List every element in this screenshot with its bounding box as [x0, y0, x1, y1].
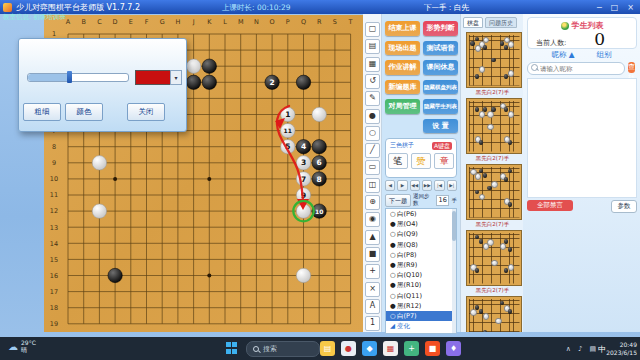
tool-tab-stones[interactable]: 三色棋子 — [390, 141, 414, 150]
sort-by-nickname-link[interactable]: 昵称 ▲ — [551, 50, 574, 60]
mark-plus-icon[interactable]: + — [365, 264, 380, 279]
slider-fill — [28, 74, 70, 81]
row-label-14: 14 — [50, 240, 58, 248]
color-button[interactable]: 颜色 — [65, 103, 103, 121]
undo-icon[interactable]: ↺ — [365, 74, 380, 89]
pen-settings-popup: ▾ 粗细 颜色 关闭 — [18, 38, 187, 132]
move-entry-8[interactable]: ●黑(R10) — [386, 280, 456, 290]
taskbar-browser-icon[interactable]: ● — [341, 341, 356, 356]
panel-button-5[interactable]: 课间休息 — [423, 60, 458, 75]
panel-button-grid: 结束上课形势判断现场出题测试语音作业讲解课间休息新编题库隐藏棋盘列表对局管理隐藏… — [385, 21, 458, 133]
close-button[interactable]: × — [627, 3, 634, 12]
search-submit-button[interactable]: 查找 — [628, 62, 635, 73]
taskbar-weather-widget[interactable]: ☁ 29°C 晴 — [8, 339, 36, 353]
mini-board-2[interactable]: 黑先白2(7)手 — [466, 98, 520, 162]
taskbar-search-icon — [253, 346, 259, 352]
params-button[interactable]: 参数 — [611, 200, 637, 213]
board-tool-icon[interactable]: ◫ — [365, 178, 380, 193]
mark-cross-icon[interactable]: × — [365, 282, 380, 297]
thickness-slider[interactable] — [27, 73, 129, 82]
svg-text:6: 6 — [317, 158, 322, 167]
white-stone-Q9: 3 — [296, 156, 310, 170]
move-list-scrollbar[interactable] — [452, 209, 456, 333]
clock-time: 20:49 — [606, 341, 637, 349]
annotation-toolbar: ▢▤▦↺✎●○╱▭◫⊕◉▲■+×A1 — [363, 14, 382, 332]
variation-node[interactable]: ◢ 变化 — [386, 321, 456, 331]
col-label-K: K — [207, 18, 212, 26]
nav-button-3[interactable]: ▶▶ — [422, 180, 432, 191]
black-stone-D16 — [108, 268, 122, 282]
save-icon[interactable]: ▦ — [365, 57, 380, 72]
tool-box: 三色棋子 A键盘 笔赞章 — [385, 138, 457, 178]
weather-temp: 29°C — [21, 339, 36, 346]
white-stone-J3 — [186, 59, 200, 73]
row-label-11: 11 — [50, 191, 58, 199]
col-label-N: N — [254, 18, 259, 26]
popup-close-button[interactable]: 关闭 — [127, 103, 165, 121]
board-list-column: 棋盘 问题历史 黑先白2(7)手黑先白2(7)手黑先白2(7)手黑先白2(7)手… — [460, 14, 524, 332]
rect-tool-icon[interactable]: ▭ — [365, 160, 380, 175]
nav-button-2[interactable]: ◀◀ — [410, 180, 420, 191]
taskbar-search-label: 搜索 — [263, 344, 277, 354]
stamp-icon[interactable]: 章 — [434, 153, 454, 169]
taskbar-search[interactable]: 搜索 — [246, 341, 320, 357]
crosshair-icon[interactable]: ⊕ — [365, 195, 380, 210]
student-list-area[interactable] — [527, 78, 637, 198]
panel-button-4[interactable]: 作业讲解 — [385, 60, 420, 75]
app-window: 少儿对弈围棋平台老师版 V1.7.7.2 ─ □ × 上课时长: 00:10:2… — [0, 0, 640, 360]
mini-board-title: 黑先白2(7)手 — [466, 286, 520, 294]
col-label-B: B — [81, 18, 85, 26]
input-language-indicator[interactable]: 中 — [598, 344, 606, 355]
panel-button-11[interactable]: 设 置 — [423, 119, 458, 134]
col-label-R: R — [317, 18, 322, 26]
black-stone-K3 — [202, 59, 216, 73]
thickness-button[interactable]: 粗细 — [23, 103, 61, 121]
black-stone-Q8: 4 — [296, 140, 310, 154]
session-timer: 上课时长: 00:10:29 — [222, 3, 291, 13]
svg-text:3: 3 — [301, 158, 306, 167]
mark-dot-icon[interactable]: ◉ — [365, 212, 380, 227]
panel-button-2[interactable]: 现场出题 — [385, 41, 420, 56]
row-label-12: 12 — [50, 207, 58, 215]
title-bar: 少儿对弈围棋平台老师版 V1.7.7.2 ─ □ × — [0, 0, 640, 14]
taskbar-blue-app-icon[interactable]: ◆ — [362, 341, 377, 356]
col-label-E: E — [129, 18, 133, 26]
tray-icon-1[interactable]: ♪ — [578, 345, 582, 353]
col-label-Q: Q — [301, 18, 306, 26]
line-tool-icon[interactable]: ╱ — [365, 143, 380, 158]
white-stone-C9 — [92, 156, 106, 170]
minimize-button[interactable]: ─ — [597, 3, 602, 12]
col-label-H: H — [175, 18, 180, 26]
row-label-9: 9 — [52, 159, 56, 167]
row-label-15: 15 — [50, 256, 58, 264]
slider-handle[interactable] — [67, 71, 72, 83]
mute-all-button[interactable]: 全部禁言 — [527, 200, 573, 211]
move-entry-5[interactable]: ○白(P8) — [386, 250, 456, 260]
white-stone-P7: 11 — [281, 123, 295, 137]
taskbar-clock[interactable]: 20:49 2023/6/15 — [606, 341, 637, 357]
svg-text:10: 10 — [315, 208, 323, 215]
row-label-8: 8 — [52, 143, 56, 151]
black-stone-R10: 8 — [312, 172, 326, 186]
new-file-icon[interactable]: ▢ — [365, 22, 380, 37]
panel-button-1[interactable]: 形势判断 — [423, 21, 458, 36]
mark-square-icon[interactable]: ■ — [365, 247, 380, 262]
col-label-S: S — [333, 18, 337, 26]
color-dropdown-icon[interactable]: ▾ — [170, 70, 182, 85]
col-label-G: G — [160, 18, 165, 26]
svg-text:4: 4 — [301, 142, 306, 151]
windows-taskbar: ☁ 29°C 晴 搜索 ▤●◆▦+■♦ ∧♪▤ 中 20:49 2023/6/1… — [0, 337, 640, 360]
tab-boards[interactable]: 棋盘 — [463, 17, 483, 28]
white-stone-R6 — [312, 107, 326, 121]
col-label-D: D — [113, 18, 118, 26]
windows-start-button[interactable] — [226, 342, 238, 354]
search-icon — [531, 64, 538, 71]
panel-button-7[interactable]: 隐藏棋盘列表 — [423, 80, 458, 95]
step-label: 退回步数 — [413, 193, 434, 207]
row-label-10: 10 — [50, 175, 58, 183]
col-label-A: A — [66, 18, 71, 26]
mini-board-title: 黑先白2(7)手 — [466, 154, 520, 162]
panel-button-8[interactable]: 对局管理 — [385, 99, 420, 114]
tool-tab-keyboard[interactable]: A键盘 — [432, 142, 452, 150]
black-stone-R9: 6 — [312, 156, 326, 170]
app-title: 少儿对弈围棋平台老师版 V1.7.7.2 — [16, 2, 140, 13]
mini-board-4[interactable]: 黑先白2(7)手 — [466, 230, 520, 294]
mini-board-title: 黑先白2(7)手 — [466, 88, 520, 96]
row-label-13: 13 — [50, 224, 58, 232]
black-stone-O4: 2 — [265, 75, 279, 89]
nav-button-0[interactable]: ◀ — [385, 180, 395, 191]
col-label-M: M — [238, 18, 244, 26]
move-entry-11[interactable]: ○白(P7) — [386, 311, 456, 321]
nav-button-1[interactable]: ▶ — [397, 180, 407, 191]
mark-triangle-icon[interactable]: ▲ — [365, 230, 380, 245]
black-stone-icon[interactable]: ● — [365, 109, 380, 124]
step-value-input[interactable]: 16 — [436, 195, 449, 206]
mascot-icon — [561, 22, 569, 30]
taskbar-folder-icon[interactable]: ▤ — [320, 341, 335, 356]
black-stone-R8 — [312, 140, 326, 154]
student-search-input[interactable] — [527, 62, 625, 75]
move-entry-4[interactable]: ●黑(Q8) — [386, 240, 456, 250]
student-count-label: 当前人数: — [536, 38, 566, 48]
panel-button-0[interactable]: 结束上课 — [385, 21, 420, 36]
tray-icon-0[interactable]: ∧ — [566, 345, 571, 353]
col-label-L: L — [223, 18, 227, 26]
row-label-18: 18 — [50, 304, 58, 312]
move-entry-2[interactable]: ●黑(O4) — [386, 219, 456, 229]
col-label-C: C — [97, 18, 102, 26]
clock-date: 2023/6/15 — [606, 349, 637, 357]
move-entry-7[interactable]: ○白(Q10) — [386, 270, 456, 280]
next-problem-button[interactable]: 下一题 — [385, 194, 411, 207]
move-entry-6[interactable]: ●黑(R9) — [386, 260, 456, 270]
taskbar-green-app-icon[interactable]: + — [404, 341, 419, 356]
tab-problem-history[interactable]: 问题历史 — [485, 17, 517, 28]
teacher-panel: 结束上课形势判断现场出题测试语音作业讲解课间休息新编题库隐藏棋盘列表对局管理隐藏… — [382, 14, 460, 332]
step-row: 下一题 退回步数 16 手 — [385, 193, 457, 207]
pen-icon[interactable]: ✎ — [365, 91, 380, 106]
cloud-icon: ☁ — [8, 341, 18, 352]
black-stone-K4 — [202, 75, 216, 89]
weather-desc: 晴 — [21, 346, 36, 353]
mark-letter-icon[interactable]: A — [365, 299, 380, 314]
white-stone-C12 — [92, 204, 106, 218]
move-entry-1[interactable]: ○白(P6) — [386, 209, 456, 219]
step-unit: 手 — [451, 197, 457, 204]
move-list[interactable]: ○白(P6)●黑(O4)○白(Q9)●黑(Q8)○白(P8)●黑(R9)○白(Q… — [385, 208, 457, 334]
taskbar-purple-app-icon[interactable]: ♦ — [446, 341, 461, 356]
open-folder-icon[interactable]: ▤ — [365, 39, 380, 54]
row-label-17: 17 — [50, 288, 58, 296]
black-stone-J4 — [186, 75, 200, 89]
svg-text:8: 8 — [317, 175, 322, 184]
taskbar-red-app-icon[interactable]: ■ — [425, 341, 440, 356]
mini-board-title: 黑先白2(7)手 — [466, 220, 520, 228]
col-label-O: O — [270, 18, 275, 26]
panel-button-6[interactable]: 新编题库 — [385, 80, 420, 95]
student-panel: 学生列表 当前人数: 0 昵称 ▲ 组别 查找 全部禁言 参数 — [523, 14, 640, 332]
row-label-19: 19 — [50, 320, 58, 328]
panel-button-3[interactable]: 测试语音 — [423, 41, 458, 56]
white-stone-icon[interactable]: ○ — [365, 126, 380, 141]
app-logo-icon — [3, 3, 12, 12]
mini-board-1[interactable]: 黑先白2(7)手 — [466, 32, 520, 96]
pen-hand-icon[interactable]: 笔 — [388, 153, 408, 169]
student-count-value: 0 — [594, 31, 605, 47]
taskbar-grid-app-icon[interactable]: ▦ — [383, 341, 398, 356]
maximize-button[interactable]: □ — [611, 3, 619, 12]
mini-board-3[interactable]: 黑先白2(7)手 — [466, 164, 520, 228]
group-link[interactable]: 组别 — [597, 50, 612, 60]
white-stone-Q16 — [296, 268, 310, 282]
nav-button-5[interactable]: ▶| — [447, 180, 457, 191]
replay-nav: ◀▶◀◀▶▶|◀▶| — [385, 180, 457, 191]
classroom-info: 教室信息: 初级培训班 — [3, 13, 66, 22]
next-move-indicator: 下一手：白先 — [424, 3, 469, 13]
col-label-P: P — [286, 18, 290, 26]
mini-board-5[interactable]: 黑先白2(7)手 — [466, 296, 520, 332]
col-label-J: J — [192, 18, 195, 26]
mark-number-icon[interactable]: 1 — [365, 316, 380, 331]
nav-button-4[interactable]: |◀ — [434, 180, 444, 191]
col-label-T: T — [348, 18, 353, 26]
row-label-16: 16 — [50, 272, 58, 280]
panel-button-9[interactable]: 隐藏学生列表 — [423, 99, 458, 114]
svg-text:11: 11 — [284, 127, 292, 134]
move-entry-10[interactable]: ●黑(R12) — [386, 301, 456, 311]
thumbs-up-icon[interactable]: 赞 — [411, 153, 431, 169]
svg-text:2: 2 — [269, 78, 274, 87]
move-entry-9[interactable]: ○白(Q11) — [386, 291, 456, 301]
col-label-F: F — [145, 18, 149, 26]
tray-icon-2[interactable]: ▤ — [589, 345, 596, 353]
student-count-card: 学生列表 当前人数: 0 — [527, 17, 637, 49]
svg-text:1: 1 — [285, 110, 290, 119]
move-entry-3[interactable]: ○白(Q9) — [386, 229, 456, 239]
black-stone-Q4 — [296, 75, 310, 89]
system-tray[interactable]: ∧♪▤ — [566, 345, 596, 353]
color-swatch[interactable] — [135, 70, 171, 85]
